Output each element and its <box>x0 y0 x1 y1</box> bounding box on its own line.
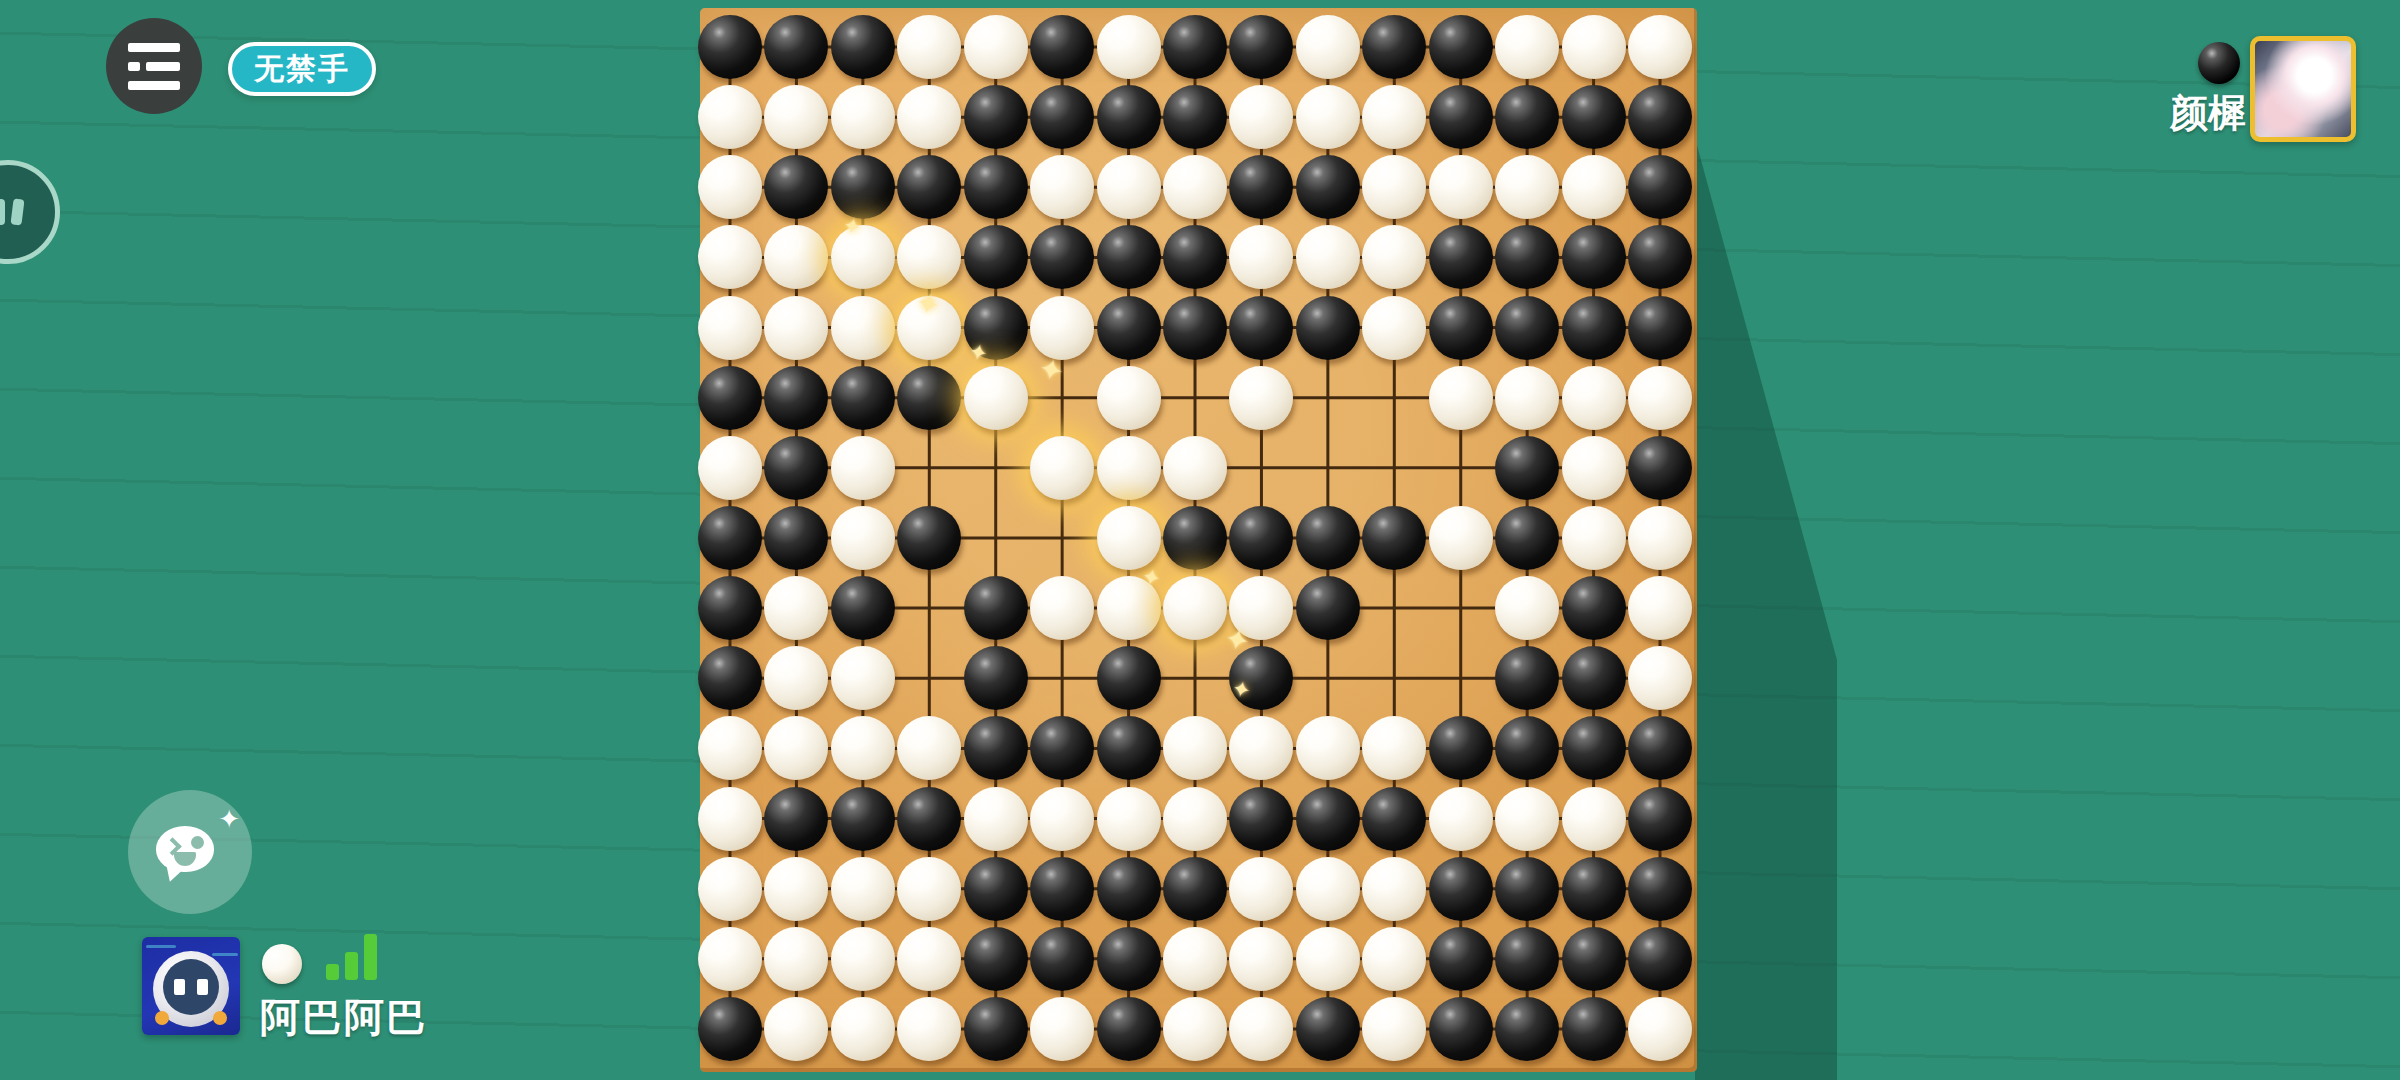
stone-white <box>897 997 961 1061</box>
stone-white <box>1429 787 1493 851</box>
stone-black <box>897 506 961 570</box>
stone-white <box>831 997 895 1061</box>
chat-button[interactable]: ✦ <box>128 790 252 914</box>
stone-black <box>1163 857 1227 921</box>
stone-white <box>1097 436 1161 500</box>
stone-black <box>1097 927 1161 991</box>
stone-white <box>1097 366 1161 430</box>
stone-white <box>764 997 828 1061</box>
stone-white <box>698 716 762 780</box>
stone-white <box>1163 927 1227 991</box>
stone-white <box>831 716 895 780</box>
stone-black <box>1429 225 1493 289</box>
stone-white <box>1163 436 1227 500</box>
self-white-stone-indicator <box>262 944 302 984</box>
stone-white <box>897 85 961 149</box>
stone-black <box>964 155 1028 219</box>
stone-white <box>1163 997 1227 1061</box>
stone-white <box>1163 155 1227 219</box>
robot-eye <box>197 979 208 995</box>
stone-white <box>1495 366 1559 430</box>
stone-black <box>1429 997 1493 1061</box>
stone-black <box>1495 296 1559 360</box>
stone-black <box>1097 716 1161 780</box>
stone-black <box>1030 85 1094 149</box>
stone-black <box>1562 85 1626 149</box>
stone-white <box>1562 436 1626 500</box>
stone-black <box>1097 857 1161 921</box>
stone-black <box>831 155 895 219</box>
stone-white <box>1562 366 1626 430</box>
stone-white <box>831 646 895 710</box>
stone-black <box>1229 296 1293 360</box>
stone-black <box>1562 646 1626 710</box>
menu-button[interactable] <box>106 18 202 114</box>
stone-white <box>698 296 762 360</box>
stone-black <box>1229 15 1293 79</box>
stone-black <box>1296 997 1360 1061</box>
stone-white <box>1163 787 1227 851</box>
opponent-avatar[interactable] <box>2250 36 2356 142</box>
stone-white <box>1628 997 1692 1061</box>
stone-white <box>698 85 762 149</box>
stone-black <box>1495 506 1559 570</box>
stone-white <box>1229 366 1293 430</box>
board-cast-shadow <box>1695 0 1837 1080</box>
stone-black <box>1495 436 1559 500</box>
stone-black <box>1628 225 1692 289</box>
stone-white <box>831 927 895 991</box>
stone-black <box>698 997 762 1061</box>
stone-black <box>698 506 762 570</box>
stone-white <box>897 927 961 991</box>
stone-white <box>1628 506 1692 570</box>
stone-black <box>1163 85 1227 149</box>
stone-white <box>1362 997 1426 1061</box>
stone-black <box>1628 927 1692 991</box>
stone-white <box>831 296 895 360</box>
robot-face <box>163 959 219 1015</box>
stone-black <box>1097 646 1161 710</box>
stone-white <box>1495 576 1559 640</box>
stone-white <box>831 85 895 149</box>
stone-black <box>831 787 895 851</box>
stone-black <box>1429 85 1493 149</box>
stone-white <box>1030 576 1094 640</box>
stone-black <box>1562 576 1626 640</box>
stone-black <box>764 506 828 570</box>
stone-white <box>698 787 762 851</box>
stone-black <box>1296 787 1360 851</box>
stone-black <box>1495 927 1559 991</box>
stone-black <box>1495 85 1559 149</box>
stone-black <box>964 225 1028 289</box>
stone-white <box>764 927 828 991</box>
stone-white <box>831 506 895 570</box>
stone-white <box>1628 646 1692 710</box>
stone-black <box>1163 296 1227 360</box>
stone-black <box>764 366 828 430</box>
stone-black <box>1030 857 1094 921</box>
stone-white <box>1362 857 1426 921</box>
stone-black <box>1628 85 1692 149</box>
stone-white <box>831 857 895 921</box>
stone-black <box>1097 85 1161 149</box>
stone-black <box>964 646 1028 710</box>
stone-black <box>1429 927 1493 991</box>
stone-white <box>698 857 762 921</box>
stone-white <box>698 436 762 500</box>
stone-white <box>1296 927 1360 991</box>
stone-black <box>1163 15 1227 79</box>
stone-white <box>764 296 828 360</box>
circuit-line <box>212 953 238 956</box>
stone-white <box>1030 155 1094 219</box>
stone-white <box>1296 85 1360 149</box>
stone-black <box>1229 506 1293 570</box>
stone-white <box>1030 997 1094 1061</box>
stone-black <box>698 576 762 640</box>
stone-black <box>831 15 895 79</box>
side-panel-handle[interactable] <box>0 160 60 264</box>
stone-black <box>1628 857 1692 921</box>
win-stone-white <box>897 296 961 360</box>
stone-white <box>1296 15 1360 79</box>
opponent-name: 颜樨 <box>2106 88 2246 139</box>
stone-black <box>964 997 1028 1061</box>
win-stone-white <box>831 225 895 289</box>
stone-black <box>698 15 762 79</box>
stone-white <box>897 15 961 79</box>
stone-white <box>1362 85 1426 149</box>
stone-white <box>1296 225 1360 289</box>
stone-black <box>1030 15 1094 79</box>
stone-black <box>1163 225 1227 289</box>
stone-white <box>698 225 762 289</box>
robot-cheek <box>213 1011 227 1025</box>
stone-black <box>1562 927 1626 991</box>
rule-badge: 无禁手 <box>228 42 376 96</box>
stone-white <box>1495 15 1559 79</box>
stone-black <box>964 296 1028 360</box>
stone-black <box>1429 857 1493 921</box>
stone-white <box>698 155 762 219</box>
pause-bars-icon <box>0 199 5 225</box>
stone-black <box>831 576 895 640</box>
stone-black <box>1097 225 1161 289</box>
stone-black <box>1562 997 1626 1061</box>
stone-black <box>1562 225 1626 289</box>
opponent-black-stone-indicator <box>2198 42 2240 84</box>
stone-white <box>1628 576 1692 640</box>
self-name: 阿巴阿巴 <box>260 990 428 1045</box>
stone-black <box>897 366 961 430</box>
stone-white <box>1429 155 1493 219</box>
round-eye-icon <box>191 836 204 849</box>
stone-black <box>1097 997 1161 1061</box>
stone-white <box>1097 576 1161 640</box>
stone-black <box>1097 296 1161 360</box>
stone-white <box>1296 716 1360 780</box>
stone-black <box>1296 576 1360 640</box>
win-stone-white <box>964 366 1028 430</box>
pause-bars-icon <box>10 198 24 225</box>
circuit-line <box>146 945 176 948</box>
stone-black <box>897 787 961 851</box>
win-stone-white <box>1097 506 1161 570</box>
hamburger-icon <box>128 81 180 90</box>
stone-black <box>1495 646 1559 710</box>
stone-black <box>1296 506 1360 570</box>
rule-badge-label: 无禁手 <box>254 49 350 90</box>
smile-mouth-icon <box>174 852 196 866</box>
stone-black <box>1362 506 1426 570</box>
stone-white <box>698 927 762 991</box>
stone-black <box>964 716 1028 780</box>
stone-white <box>964 15 1028 79</box>
stone-white <box>764 857 828 921</box>
self-avatar[interactable] <box>142 937 240 1035</box>
stone-white <box>1495 155 1559 219</box>
stone-white <box>1628 366 1692 430</box>
stone-white <box>1229 997 1293 1061</box>
stone-white <box>1562 15 1626 79</box>
stone-black <box>1429 716 1493 780</box>
stone-black <box>764 436 828 500</box>
win-stone-white <box>1030 436 1094 500</box>
stone-black <box>1628 155 1692 219</box>
robot-cheek <box>155 1011 169 1025</box>
stone-white <box>897 857 961 921</box>
stone-black <box>1362 15 1426 79</box>
stone-white <box>1097 15 1161 79</box>
sparkle-icon: ✦ <box>218 806 240 832</box>
stone-black <box>831 366 895 430</box>
stone-black <box>698 366 762 430</box>
stone-white <box>1495 787 1559 851</box>
stone-white <box>1296 857 1360 921</box>
stone-black <box>964 576 1028 640</box>
stone-black <box>764 15 828 79</box>
stone-black <box>698 646 762 710</box>
robot-head-icon <box>153 951 229 1027</box>
stone-black <box>1362 787 1426 851</box>
stone-black <box>1296 296 1360 360</box>
stone-white <box>1362 296 1426 360</box>
stone-white <box>1429 506 1493 570</box>
stone-white <box>1097 787 1161 851</box>
stone-white <box>964 787 1028 851</box>
hamburger-icon <box>128 43 180 52</box>
stone-white <box>1030 296 1094 360</box>
stone-white <box>831 436 895 500</box>
stone-white <box>1030 787 1094 851</box>
stone-white <box>1362 927 1426 991</box>
stone-white <box>1562 506 1626 570</box>
stone-white <box>1163 716 1227 780</box>
stone-black <box>1030 927 1094 991</box>
signal-strength-icon <box>326 934 382 980</box>
stone-black <box>1628 436 1692 500</box>
hamburger-icon <box>128 62 180 71</box>
stone-white <box>1562 155 1626 219</box>
stone-black <box>1429 296 1493 360</box>
stone-white <box>1628 15 1692 79</box>
stone-black <box>764 787 828 851</box>
stone-black <box>964 85 1028 149</box>
stone-black <box>1495 857 1559 921</box>
stone-black <box>1562 716 1626 780</box>
stone-black <box>1628 716 1692 780</box>
stone-white <box>1097 155 1161 219</box>
stone-white <box>1229 927 1293 991</box>
stone-white <box>1229 857 1293 921</box>
stone-black <box>1229 787 1293 851</box>
stone-black <box>1628 296 1692 360</box>
stone-black <box>1495 997 1559 1061</box>
stone-white <box>1562 787 1626 851</box>
robot-eye <box>174 979 185 995</box>
stone-black <box>1296 155 1360 219</box>
chat-bubble-icon <box>156 826 214 872</box>
stone-black <box>1562 857 1626 921</box>
stone-black <box>964 927 1028 991</box>
stone-black <box>1429 15 1493 79</box>
stone-white <box>1429 366 1493 430</box>
stone-black <box>1163 506 1227 570</box>
stone-black <box>1562 296 1626 360</box>
stone-black <box>964 857 1028 921</box>
stone-black <box>1628 787 1692 851</box>
win-stone-white <box>1163 576 1227 640</box>
gomoku-board[interactable]: ✦✦✦✦✦✦✦ <box>700 8 1697 1072</box>
